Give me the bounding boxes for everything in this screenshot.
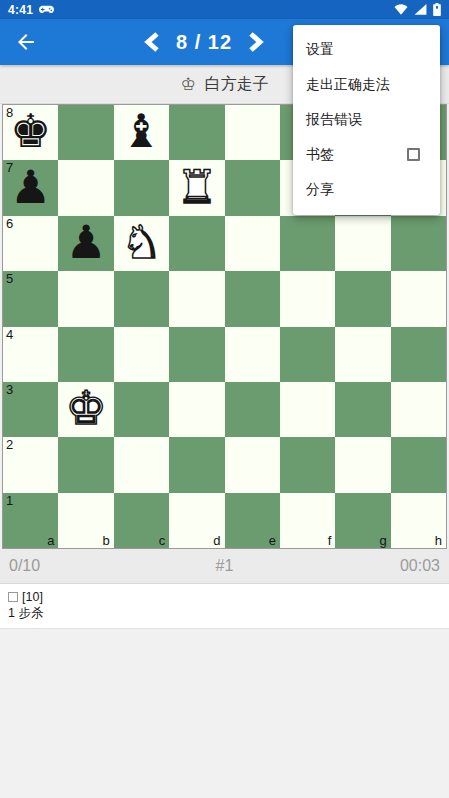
- square-e1[interactable]: e: [225, 493, 280, 548]
- square-c3[interactable]: [114, 382, 169, 437]
- menu-item-make-correct-move-label: 走出正确走法: [306, 76, 390, 94]
- square-g6[interactable]: [335, 216, 390, 271]
- square-f1[interactable]: f: [280, 493, 335, 548]
- square-d1[interactable]: d: [169, 493, 224, 548]
- square-f6[interactable]: [280, 216, 335, 271]
- square-c7[interactable]: [114, 160, 169, 215]
- battery-icon: [433, 3, 441, 16]
- score-text: 0/10: [9, 557, 40, 575]
- white-rook[interactable]: ♜: [169, 160, 224, 215]
- file-label-h: h: [435, 534, 442, 547]
- square-c1[interactable]: c: [114, 493, 169, 548]
- side-to-move-label: 白方走子: [205, 74, 269, 95]
- square-h1[interactable]: h: [391, 493, 446, 548]
- puzzle-navigation: 8 / 12: [144, 19, 264, 65]
- black-bishop[interactable]: ♝: [114, 105, 169, 160]
- black-pawn[interactable]: ♟: [3, 160, 58, 215]
- square-c4[interactable]: [114, 327, 169, 382]
- square-f5[interactable]: [280, 271, 335, 326]
- app-screen: 4:41 8 / 12: [0, 0, 449, 798]
- square-e8[interactable]: [225, 105, 280, 160]
- rank-label-6: 6: [6, 216, 13, 231]
- black-king[interactable]: ♚: [3, 105, 58, 160]
- puzzle-status-strip: 0/10 #1 00:03: [0, 549, 449, 584]
- rank-label-3: 3: [6, 382, 13, 397]
- rank-label-4: 4: [6, 327, 13, 342]
- status-bar: 4:41: [0, 0, 449, 19]
- square-e2[interactable]: [225, 437, 280, 492]
- square-a2[interactable]: 2: [3, 437, 58, 492]
- next-puzzle-icon[interactable]: [248, 32, 264, 52]
- square-c5[interactable]: [114, 271, 169, 326]
- puzzle-goal-text: 1 步杀: [8, 605, 441, 621]
- menu-item-settings-label: 设置: [306, 41, 334, 59]
- square-a8[interactable]: 8♚: [3, 105, 58, 160]
- square-g3[interactable]: [335, 382, 390, 437]
- puzzle-info: [10] 1 步杀: [0, 584, 449, 629]
- black-pawn[interactable]: ♟: [58, 216, 113, 271]
- rank-label-1: 1: [6, 493, 13, 508]
- menu-item-report-error[interactable]: 报告错误: [293, 102, 440, 137]
- gamepad-icon: [39, 4, 54, 15]
- timer-text: 00:03: [400, 557, 440, 575]
- overflow-menu: 设置 走出正确走法 报告错误 书签 分享: [293, 25, 440, 215]
- menu-item-make-correct-move[interactable]: 走出正确走法: [293, 67, 440, 102]
- file-label-d: d: [213, 534, 220, 547]
- file-label-b: b: [103, 534, 110, 547]
- square-d8[interactable]: [169, 105, 224, 160]
- clock-text: 4:41: [8, 3, 33, 17]
- square-b7[interactable]: [58, 160, 113, 215]
- square-e3[interactable]: [225, 382, 280, 437]
- menu-item-settings[interactable]: 设置: [293, 32, 440, 67]
- square-d5[interactable]: [169, 271, 224, 326]
- square-d2[interactable]: [169, 437, 224, 492]
- square-a7[interactable]: 7♟: [3, 160, 58, 215]
- square-c8[interactable]: ♝: [114, 105, 169, 160]
- square-b4[interactable]: [58, 327, 113, 382]
- square-h6[interactable]: [391, 216, 446, 271]
- square-g2[interactable]: [335, 437, 390, 492]
- rank-label-2: 2: [6, 437, 13, 452]
- square-d3[interactable]: [169, 382, 224, 437]
- white-king-icon: ♔: [180, 76, 195, 93]
- square-a1[interactable]: 1a: [3, 493, 58, 548]
- square-b5[interactable]: [58, 271, 113, 326]
- puzzle-badge-row: [10]: [8, 589, 441, 605]
- menu-item-share[interactable]: 分享: [293, 172, 440, 207]
- square-c2[interactable]: [114, 437, 169, 492]
- puzzle-badge-text: [10]: [22, 589, 43, 605]
- file-label-c: c: [159, 534, 166, 547]
- square-c6[interactable]: ♞: [114, 216, 169, 271]
- square-g4[interactable]: [335, 327, 390, 382]
- square-h3[interactable]: [391, 382, 446, 437]
- solved-checkbox-icon: [8, 592, 18, 602]
- file-label-a: a: [47, 534, 54, 547]
- square-d6[interactable]: [169, 216, 224, 271]
- square-e5[interactable]: [225, 271, 280, 326]
- menu-item-bookmark-label: 书签: [306, 146, 334, 164]
- menu-item-share-label: 分享: [306, 181, 334, 199]
- square-a3[interactable]: 3: [3, 382, 58, 437]
- white-knight[interactable]: ♞: [114, 216, 169, 271]
- back-button[interactable]: [14, 30, 38, 54]
- square-e4[interactable]: [225, 327, 280, 382]
- square-a6[interactable]: 6: [3, 216, 58, 271]
- square-g1[interactable]: g: [335, 493, 390, 548]
- square-b3[interactable]: ♚: [58, 382, 113, 437]
- square-e7[interactable]: [225, 160, 280, 215]
- square-f2[interactable]: [280, 437, 335, 492]
- rank-label-5: 5: [6, 271, 13, 286]
- square-e6[interactable]: [225, 216, 280, 271]
- square-h2[interactable]: [391, 437, 446, 492]
- square-h4[interactable]: [391, 327, 446, 382]
- square-d7[interactable]: ♜: [169, 160, 224, 215]
- square-f3[interactable]: [280, 382, 335, 437]
- square-h5[interactable]: [391, 271, 446, 326]
- square-d4[interactable]: [169, 327, 224, 382]
- puzzle-number-text: #1: [216, 557, 234, 575]
- previous-puzzle-icon[interactable]: [144, 32, 160, 52]
- white-king[interactable]: ♚: [58, 382, 113, 437]
- square-b2[interactable]: [58, 437, 113, 492]
- square-b1[interactable]: b: [58, 493, 113, 548]
- signal-icon: [414, 4, 427, 15]
- square-b6[interactable]: ♟: [58, 216, 113, 271]
- square-b8[interactable]: [58, 105, 113, 160]
- square-f4[interactable]: [280, 327, 335, 382]
- file-label-g: g: [379, 534, 386, 547]
- puzzle-counter: 8 / 12: [176, 31, 232, 54]
- square-a4[interactable]: 4: [3, 327, 58, 382]
- menu-item-bookmark[interactable]: 书签: [293, 137, 440, 172]
- square-g5[interactable]: [335, 271, 390, 326]
- file-label-f: f: [328, 534, 332, 547]
- wifi-icon: [394, 4, 408, 15]
- square-a5[interactable]: 5: [3, 271, 58, 326]
- menu-item-report-error-label: 报告错误: [306, 111, 362, 129]
- file-label-e: e: [269, 534, 276, 547]
- bookmark-checkbox[interactable]: [407, 148, 420, 161]
